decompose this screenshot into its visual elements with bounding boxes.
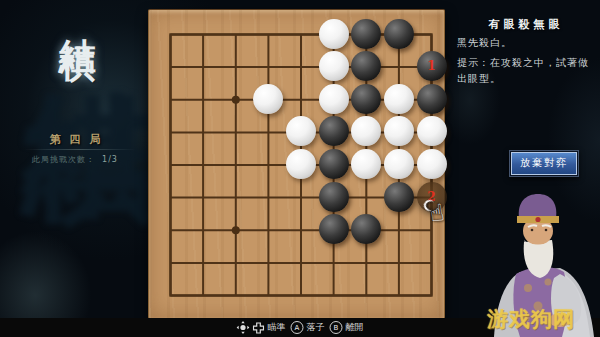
- stone-black: [384, 19, 414, 49]
- forfeit-button-frame: 放棄對弈: [509, 150, 579, 177]
- stone-black: [384, 182, 414, 212]
- stone-white: [319, 51, 349, 81]
- stones-layer: 12☝: [169, 33, 433, 297]
- stone-black: [351, 51, 381, 81]
- left-panel-divider: [24, 149, 136, 150]
- challenge-count-label: 此局挑戰次數：: [32, 155, 95, 164]
- exit-hint-label: 離開: [346, 321, 364, 334]
- stone-white: [253, 84, 283, 114]
- stone-white: [319, 19, 349, 49]
- place-stone-hint-label: 落子: [307, 321, 325, 334]
- button-a-icon: A: [291, 321, 304, 334]
- stone-black: [319, 116, 349, 146]
- stone-black: 1: [417, 51, 447, 81]
- stone-white: [286, 116, 316, 146]
- move-number-marker: 1: [417, 51, 447, 81]
- stone-white: [384, 116, 414, 146]
- stone-black: [319, 214, 349, 244]
- puzzle-title: 有眼殺無眼: [454, 17, 598, 32]
- challenge-count-value: 1/3: [102, 155, 118, 164]
- stone-white: [417, 116, 447, 146]
- button-b-icon: B: [330, 321, 343, 334]
- stone-black: [319, 182, 349, 212]
- round-label: 第四局: [6, 132, 144, 147]
- stone-white: [384, 84, 414, 114]
- analog-stick-icon: [237, 321, 250, 334]
- game-title-vertical: 結棋: [53, 10, 103, 22]
- aim-hint: 瞄準: [237, 321, 286, 334]
- place-stone-hint: A 落子: [291, 321, 325, 334]
- stone-black: [319, 149, 349, 179]
- puzzle-objective: 黑先殺白。: [457, 36, 512, 50]
- stone-white: [351, 149, 381, 179]
- stone-white: [286, 149, 316, 179]
- d-pad-icon: [253, 322, 265, 334]
- stone-white: [417, 149, 447, 179]
- watermark: 游戏狗网: [487, 305, 575, 333]
- stone-white: [384, 149, 414, 179]
- puzzle-hint: 提示：在攻殺之中，試著做出眼型。: [457, 55, 598, 86]
- exit-hint: B 離開: [330, 321, 364, 334]
- stone-white: [351, 116, 381, 146]
- stone-black: [351, 214, 381, 244]
- aim-hint-label: 瞄準: [268, 321, 286, 334]
- stone-black: [351, 84, 381, 114]
- stone-black: [417, 84, 447, 114]
- go-board[interactable]: 12☝: [148, 9, 445, 319]
- gamepad-hints: 瞄準 A 落子 B 離開: [237, 321, 364, 334]
- stone-black: [351, 19, 381, 49]
- hand-cursor-icon: ☝: [428, 199, 445, 227]
- stone-white: [319, 84, 349, 114]
- forfeit-button[interactable]: 放棄對弈: [511, 152, 577, 175]
- challenge-count: 此局挑戰次數：1/3: [2, 154, 148, 165]
